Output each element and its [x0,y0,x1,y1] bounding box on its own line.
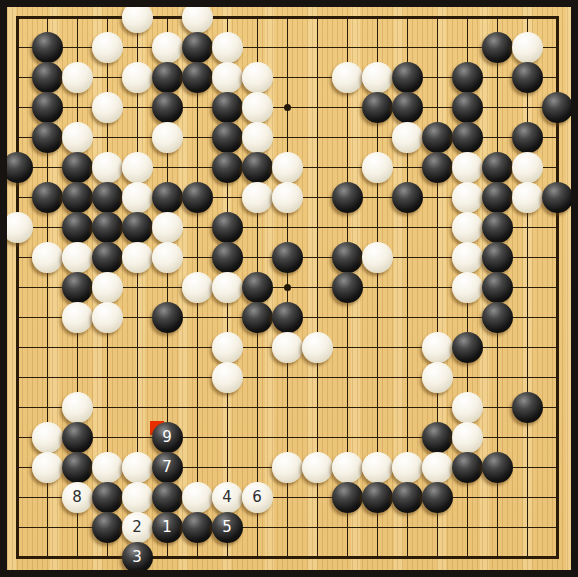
black-stone[interactable] [92,482,123,513]
move-number: 6 [252,490,262,505]
black-stone[interactable] [422,482,453,513]
white-stone[interactable] [182,2,213,33]
white-stone[interactable] [32,242,63,273]
white-stone[interactable] [452,212,483,243]
black-stone[interactable] [152,92,183,123]
white-stone[interactable] [62,242,93,273]
white-stone[interactable] [212,332,243,363]
white-stone[interactable] [62,122,93,153]
black-stone[interactable] [332,182,363,213]
white-stone[interactable] [452,392,483,423]
white-stone[interactable] [362,62,393,93]
black-stone[interactable] [152,182,183,213]
white-stone[interactable] [422,362,453,393]
white-stone[interactable] [512,32,543,63]
black-stone[interactable] [212,152,243,183]
black-stone[interactable] [422,422,453,453]
white-stone[interactable] [122,482,153,513]
white-stone[interactable] [422,332,453,363]
move-number: 3 [132,550,142,565]
black-stone[interactable]: 7 [152,452,183,483]
white-stone[interactable] [272,182,303,213]
black-stone[interactable] [452,92,483,123]
white-stone[interactable] [32,452,63,483]
white-stone[interactable] [272,152,303,183]
white-stone[interactable] [392,452,423,483]
black-stone[interactable] [122,212,153,243]
white-stone[interactable] [212,32,243,63]
black-stone[interactable] [392,482,423,513]
black-stone[interactable] [182,62,213,93]
black-stone[interactable] [32,182,63,213]
white-stone[interactable] [182,272,213,303]
white-stone[interactable] [122,242,153,273]
black-stone[interactable] [482,152,513,183]
white-stone[interactable] [452,152,483,183]
black-stone[interactable] [152,302,183,333]
white-stone[interactable] [242,182,273,213]
black-stone[interactable] [482,182,513,213]
black-stone[interactable] [272,302,303,333]
white-stone[interactable] [92,302,123,333]
black-stone[interactable]: 1 [152,512,183,543]
white-stone[interactable] [92,452,123,483]
black-stone[interactable] [482,242,513,273]
black-stone[interactable] [362,482,393,513]
black-stone[interactable] [2,152,33,183]
white-stone[interactable] [32,422,63,453]
black-stone[interactable] [482,32,513,63]
black-stone[interactable] [32,122,63,153]
white-stone[interactable] [452,272,483,303]
black-stone[interactable]: 5 [212,512,243,543]
black-stone[interactable] [452,62,483,93]
white-stone[interactable]: 2 [122,512,153,543]
black-stone[interactable] [392,182,423,213]
black-stone[interactable] [422,152,453,183]
black-stone[interactable] [212,92,243,123]
black-stone[interactable]: 3 [122,542,153,573]
black-stone[interactable] [392,92,423,123]
move-number: 1 [162,520,172,535]
black-stone[interactable] [62,422,93,453]
black-stone[interactable] [482,452,513,483]
black-stone[interactable] [452,122,483,153]
black-stone[interactable] [152,62,183,93]
white-stone[interactable] [92,152,123,183]
white-stone[interactable] [242,122,273,153]
white-stone[interactable] [512,182,543,213]
black-stone[interactable] [542,92,573,123]
white-stone[interactable] [182,482,213,513]
black-stone[interactable] [422,122,453,153]
move-number: 7 [162,460,172,475]
move-number: 4 [222,490,232,505]
white-stone[interactable] [212,62,243,93]
white-stone[interactable] [272,452,303,483]
black-stone[interactable] [212,122,243,153]
white-stone[interactable] [122,182,153,213]
white-stone[interactable] [212,272,243,303]
go-board[interactable]: 978462153 [0,0,578,577]
white-stone[interactable] [122,152,153,183]
black-stone[interactable] [512,62,543,93]
black-stone[interactable] [92,182,123,213]
white-stone[interactable] [362,152,393,183]
white-stone[interactable] [92,92,123,123]
white-stone[interactable] [362,242,393,273]
white-stone[interactable] [152,242,183,273]
move-number: 8 [72,490,82,505]
white-stone[interactable] [512,152,543,183]
black-stone[interactable] [212,212,243,243]
black-stone[interactable]: 9 [152,422,183,453]
white-stone[interactable] [302,332,333,363]
white-stone[interactable] [92,272,123,303]
white-stone[interactable] [332,452,363,483]
white-stone[interactable] [2,212,33,243]
white-stone[interactable] [122,62,153,93]
white-stone[interactable] [272,332,303,363]
black-stone[interactable] [272,242,303,273]
black-stone[interactable] [512,122,543,153]
black-stone[interactable] [62,182,93,213]
white-stone[interactable]: 6 [242,482,273,513]
black-stone[interactable] [332,242,363,273]
black-stone[interactable] [152,482,183,513]
move-number: 2 [132,520,142,535]
black-stone[interactable] [392,62,423,93]
black-stone[interactable] [332,272,363,303]
white-stone[interactable] [452,422,483,453]
white-stone[interactable] [242,92,273,123]
white-stone[interactable] [62,62,93,93]
white-stone[interactable]: 4 [212,482,243,513]
white-stone[interactable] [62,392,93,423]
black-stone[interactable] [92,212,123,243]
black-stone[interactable] [62,272,93,303]
white-stone[interactable] [392,122,423,153]
black-stone[interactable] [92,512,123,543]
black-stone[interactable] [242,302,273,333]
black-stone[interactable] [482,212,513,243]
black-stone[interactable] [212,242,243,273]
white-stone[interactable] [122,452,153,483]
black-stone[interactable] [452,452,483,483]
black-stone[interactable] [242,152,273,183]
black-stone[interactable] [32,92,63,123]
white-stone[interactable]: 8 [62,482,93,513]
black-stone[interactable] [452,332,483,363]
white-stone[interactable] [152,212,183,243]
white-stone[interactable] [452,242,483,273]
white-stone[interactable] [152,122,183,153]
black-stone[interactable] [182,32,213,63]
white-stone[interactable] [332,62,363,93]
move-number: 9 [162,430,172,445]
go-board-screen: 978462153 [0,0,578,577]
black-stone[interactable] [62,152,93,183]
black-stone[interactable] [482,302,513,333]
board-grid[interactable]: 978462153 [2,2,572,572]
white-stone[interactable] [152,32,183,63]
black-stone[interactable] [92,242,123,273]
black-stone[interactable] [512,392,543,423]
white-stone[interactable] [452,182,483,213]
black-stone[interactable] [332,482,363,513]
black-stone[interactable] [182,512,213,543]
white-stone[interactable] [362,452,393,483]
black-stone[interactable] [542,182,573,213]
white-stone[interactable] [122,2,153,33]
black-stone[interactable] [62,452,93,483]
move-number: 5 [222,520,232,535]
black-stone[interactable] [32,62,63,93]
white-stone[interactable] [242,62,273,93]
black-stone[interactable] [32,32,63,63]
black-stone[interactable] [182,182,213,213]
white-stone[interactable] [212,362,243,393]
white-stone[interactable] [62,302,93,333]
white-stone[interactable] [422,452,453,483]
black-stone[interactable] [362,92,393,123]
black-stone[interactable] [482,272,513,303]
black-stone[interactable] [62,212,93,243]
black-stone[interactable] [242,272,273,303]
white-stone[interactable] [302,452,333,483]
white-stone[interactable] [92,32,123,63]
